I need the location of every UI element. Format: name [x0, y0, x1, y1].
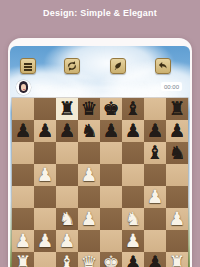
square-f6[interactable]	[122, 142, 144, 164]
square-b6[interactable]	[34, 142, 56, 164]
undo-arrow-icon	[158, 61, 168, 71]
square-h1[interactable]: ♜	[166, 252, 188, 267]
square-a2[interactable]: ♟	[12, 230, 34, 252]
square-c6[interactable]	[56, 142, 78, 164]
piece-d5-wp: ♟	[78, 164, 100, 186]
square-g4[interactable]: ♟	[144, 186, 166, 208]
square-c8[interactable]: ♜	[56, 98, 78, 120]
square-b1[interactable]	[34, 252, 56, 267]
square-g7[interactable]: ♟	[144, 120, 166, 142]
piece-g6-bb: ♝	[144, 142, 166, 164]
page-title: Design: Simple & Elegant	[0, 8, 200, 18]
square-d8[interactable]: ♛	[78, 98, 100, 120]
piece-e8-bk: ♚	[100, 98, 122, 120]
square-h7[interactable]: ♟	[166, 120, 188, 142]
hint-button[interactable]	[110, 58, 126, 74]
leaf-icon	[113, 61, 123, 71]
piece-f2-wp: ♟	[122, 230, 144, 252]
square-d5[interactable]: ♟	[78, 164, 100, 186]
square-b4[interactable]	[34, 186, 56, 208]
piece-b7-bp: ♟	[34, 120, 56, 142]
square-g5[interactable]	[144, 164, 166, 186]
square-h8[interactable]: ♜	[166, 98, 188, 120]
piece-d3-wp: ♟	[78, 208, 100, 230]
piece-e7-bp: ♟	[100, 120, 122, 142]
phone-mockup: Player 00:00 ♜♛♚♝♜♟♟♟♞♟♟♟♟♝♞♟♟♟♞♟♞♟♟♟♟♟♜…	[8, 38, 192, 267]
piece-d1-wq: ♛	[78, 252, 100, 267]
piece-c7-bp: ♟	[56, 120, 78, 142]
piece-g4-wp: ♟	[144, 186, 166, 208]
square-f3[interactable]: ♞	[122, 208, 144, 230]
piece-h1-wr: ♜	[166, 252, 188, 267]
piece-a7-bp: ♟	[12, 120, 34, 142]
square-a8[interactable]	[12, 98, 34, 120]
square-f7[interactable]: ♟	[122, 120, 144, 142]
piece-c8-br: ♜	[56, 98, 78, 120]
square-f1[interactable]: ♟	[122, 252, 144, 267]
refresh-icon	[67, 61, 77, 71]
square-c2[interactable]: ♟	[56, 230, 78, 252]
piece-a2-wp: ♟	[12, 230, 34, 252]
square-a6[interactable]	[12, 142, 34, 164]
square-d7[interactable]: ♞	[78, 120, 100, 142]
square-e1[interactable]: ♚	[100, 252, 122, 267]
piece-c2-wp: ♟	[56, 230, 78, 252]
piece-h8-br: ♜	[166, 98, 188, 120]
piece-h6-bn: ♞	[166, 142, 188, 164]
piece-f3-wn: ♞	[122, 208, 144, 230]
square-d6[interactable]	[78, 142, 100, 164]
square-f4[interactable]	[122, 186, 144, 208]
square-a3[interactable]	[12, 208, 34, 230]
square-f5[interactable]	[122, 164, 144, 186]
square-h3[interactable]: ♟	[166, 208, 188, 230]
piece-f7-bp: ♟	[122, 120, 144, 142]
square-e2[interactable]	[100, 230, 122, 252]
chess-board: ♜♛♚♝♜♟♟♟♞♟♟♟♟♝♞♟♟♟♞♟♞♟♟♟♟♟♜♝♛♚♟♟♜	[12, 98, 188, 267]
piece-a1-wr: ♜	[12, 252, 34, 267]
square-e3[interactable]	[100, 208, 122, 230]
square-h6[interactable]: ♞	[166, 142, 188, 164]
square-b8[interactable]	[34, 98, 56, 120]
square-g6[interactable]: ♝	[144, 142, 166, 164]
piece-h3-wp: ♟	[166, 208, 188, 230]
square-d3[interactable]: ♟	[78, 208, 100, 230]
piece-f8-bb: ♝	[122, 98, 144, 120]
square-c3[interactable]: ♞	[56, 208, 78, 230]
square-g2[interactable]	[144, 230, 166, 252]
square-h4[interactable]	[166, 186, 188, 208]
piece-b5-wp: ♟	[34, 164, 56, 186]
square-b7[interactable]: ♟	[34, 120, 56, 142]
undo-button[interactable]	[155, 58, 171, 74]
square-h5[interactable]	[166, 164, 188, 186]
square-c1[interactable]: ♝	[56, 252, 78, 267]
piece-g1-bp: ♟	[144, 252, 166, 267]
square-e5[interactable]	[100, 164, 122, 186]
square-a1[interactable]: ♜	[12, 252, 34, 267]
square-g8[interactable]	[144, 98, 166, 120]
square-d2[interactable]	[78, 230, 100, 252]
piece-e1-wk: ♚	[100, 252, 122, 267]
piece-c3-wn: ♞	[56, 208, 78, 230]
piece-f1-bp: ♟	[122, 252, 144, 267]
square-e8[interactable]: ♚	[100, 98, 122, 120]
piece-b2-wp: ♟	[34, 230, 56, 252]
square-a7[interactable]: ♟	[12, 120, 34, 142]
square-c5[interactable]	[56, 164, 78, 186]
square-c7[interactable]: ♟	[56, 120, 78, 142]
game-timer: 00:00	[161, 82, 182, 91]
square-a5[interactable]	[12, 164, 34, 186]
square-d1[interactable]: ♛	[78, 252, 100, 267]
square-b3[interactable]	[34, 208, 56, 230]
piece-d8-bq: ♛	[78, 98, 100, 120]
square-b2[interactable]: ♟	[34, 230, 56, 252]
piece-g7-bp: ♟	[144, 120, 166, 142]
square-a4[interactable]	[12, 186, 34, 208]
player-avatar	[16, 80, 31, 95]
square-d4[interactable]	[78, 186, 100, 208]
app-screen: Player 00:00 ♜♛♚♝♜♟♟♟♞♟♟♟♟♝♞♟♟♟♞♟♞♟♟♟♟♟♜…	[10, 46, 190, 267]
menu-button[interactable]	[20, 58, 36, 74]
player-name: Player	[35, 83, 52, 89]
square-g3[interactable]	[144, 208, 166, 230]
piece-d7-bn: ♞	[78, 120, 100, 142]
piece-h7-bp: ♟	[166, 120, 188, 142]
piece-c1-wb: ♝	[56, 252, 78, 267]
refresh-button[interactable]	[64, 58, 80, 74]
square-g1[interactable]: ♟	[144, 252, 166, 267]
square-f8[interactable]: ♝	[122, 98, 144, 120]
avatar-lips	[23, 89, 25, 90]
square-h2[interactable]	[166, 230, 188, 252]
square-e4[interactable]	[100, 186, 122, 208]
square-f2[interactable]: ♟	[122, 230, 144, 252]
hamburger-menu-icon	[24, 63, 32, 65]
square-b5[interactable]: ♟	[34, 164, 56, 186]
square-e6[interactable]	[100, 142, 122, 164]
square-c4[interactable]	[56, 186, 78, 208]
square-e7[interactable]: ♟	[100, 120, 122, 142]
